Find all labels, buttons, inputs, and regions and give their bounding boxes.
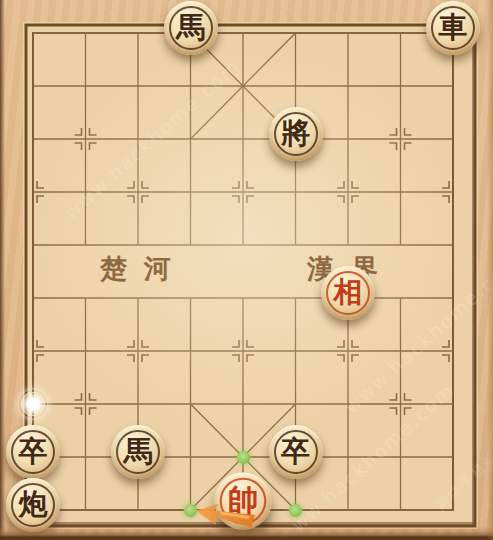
piece-glyph: 馬 [176, 13, 205, 42]
piece-glyph: 將 [281, 119, 310, 148]
move-target-marker[interactable] [237, 451, 250, 464]
piece-red-elephant[interactable]: 相 [321, 266, 375, 320]
piece-glyph: 馬 [124, 437, 153, 466]
piece-black-general[interactable]: 將 [269, 107, 323, 161]
piece-glyph: 卒 [19, 437, 48, 466]
piece-glyph: 炮 [19, 490, 48, 519]
piece-black-horse-b[interactable]: 馬 [111, 425, 165, 479]
piece-black-soldier-a[interactable]: 卒 [6, 425, 60, 479]
piece-layer: 馬車將相卒馬卒炮帥 [7, 7, 480, 537]
piece-glyph: 卒 [281, 437, 310, 466]
move-target-marker[interactable] [289, 504, 302, 517]
piece-black-soldier-b[interactable]: 卒 [269, 425, 323, 479]
piece-black-horse-a[interactable]: 馬 [164, 1, 218, 55]
piece-black-cannon[interactable]: 炮 [6, 478, 60, 532]
piece-glyph: 車 [439, 13, 468, 42]
piece-black-chariot[interactable]: 車 [426, 1, 480, 55]
xiangqi-board: 楚河 漢界 馬車將相卒馬卒炮帥 www.hackhome.com www.hac… [0, 0, 493, 540]
piece-glyph: 相 [334, 278, 363, 307]
